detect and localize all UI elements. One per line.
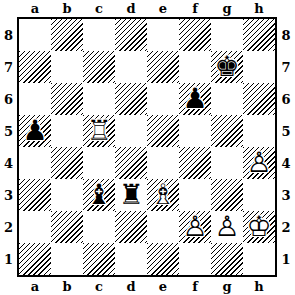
square-e4[interactable]: [147, 147, 179, 179]
rank-label-8: 8: [0, 19, 17, 51]
black-pawn[interactable]: ♟♟: [19, 115, 51, 147]
square-e3[interactable]: ♝♗: [147, 179, 179, 211]
square-c5[interactable]: ♜♖: [83, 115, 115, 147]
black-bishop[interactable]: ♝♝: [83, 179, 115, 211]
square-h4[interactable]: ♟♙: [243, 147, 275, 179]
king-glyph: ♔: [243, 211, 275, 243]
square-f6[interactable]: ♟♟: [179, 83, 211, 115]
pawn-glyph: ♙: [179, 211, 211, 243]
square-d6[interactable]: [115, 83, 147, 115]
square-b5[interactable]: [51, 115, 83, 147]
rank-label-2: 2: [0, 211, 17, 243]
square-b6[interactable]: [51, 83, 83, 115]
square-h3[interactable]: [243, 179, 275, 211]
square-f1[interactable]: [179, 243, 211, 275]
rank-labels-left: 87654321: [0, 19, 17, 275]
square-c2[interactable]: [83, 211, 115, 243]
square-b8[interactable]: [51, 19, 83, 51]
square-e6[interactable]: [147, 83, 179, 115]
file-label-g: g: [211, 277, 243, 295]
square-h1[interactable]: [243, 243, 275, 275]
white-pawn[interactable]: ♟♙: [243, 147, 275, 179]
white-pawn[interactable]: ♟♙: [179, 211, 211, 243]
square-c1[interactable]: [83, 243, 115, 275]
square-g5[interactable]: [211, 115, 243, 147]
square-g2[interactable]: ♟♙: [211, 211, 243, 243]
file-label-d: d: [115, 0, 147, 17]
square-b1[interactable]: [51, 243, 83, 275]
file-label-a: a: [19, 0, 51, 17]
pawn-glyph: ♟: [179, 83, 211, 115]
black-king[interactable]: ♚♚: [211, 51, 243, 83]
file-labels-bottom: abcdefgh: [19, 277, 275, 295]
rank-label-7: 7: [277, 51, 295, 83]
square-g1[interactable]: [211, 243, 243, 275]
square-d2[interactable]: [115, 211, 147, 243]
square-e7[interactable]: [147, 51, 179, 83]
file-label-f: f: [179, 277, 211, 295]
rank-label-1: 1: [277, 243, 295, 275]
square-h8[interactable]: [243, 19, 275, 51]
square-b4[interactable]: [51, 147, 83, 179]
square-d4[interactable]: [115, 147, 147, 179]
square-d8[interactable]: [115, 19, 147, 51]
file-label-d: d: [115, 277, 147, 295]
square-f3[interactable]: [179, 179, 211, 211]
square-b3[interactable]: [51, 179, 83, 211]
chess-board: ♚♚♟♟♟♟♜♖♟♙♝♝♜♜♝♗♟♙♟♙♚♔: [17, 17, 277, 277]
rank-label-4: 4: [0, 147, 17, 179]
file-label-e: e: [147, 0, 179, 17]
square-d1[interactable]: [115, 243, 147, 275]
file-label-b: b: [51, 0, 83, 17]
square-b2[interactable]: [51, 211, 83, 243]
square-f7[interactable]: [179, 51, 211, 83]
rank-label-1: 1: [0, 243, 17, 275]
rank-label-5: 5: [0, 115, 17, 147]
rank-label-4: 4: [277, 147, 295, 179]
file-label-a: a: [19, 277, 51, 295]
square-g4[interactable]: [211, 147, 243, 179]
square-e5[interactable]: [147, 115, 179, 147]
black-rook[interactable]: ♜♜: [115, 179, 147, 211]
square-g6[interactable]: [211, 83, 243, 115]
square-h6[interactable]: [243, 83, 275, 115]
square-e1[interactable]: [147, 243, 179, 275]
square-f4[interactable]: [179, 147, 211, 179]
bishop-glyph: ♗: [147, 179, 179, 211]
square-a3[interactable]: [19, 179, 51, 211]
file-label-h: h: [243, 0, 275, 17]
file-label-c: c: [83, 277, 115, 295]
file-label-b: b: [51, 277, 83, 295]
square-a6[interactable]: [19, 83, 51, 115]
white-rook[interactable]: ♜♖: [83, 115, 115, 147]
square-b7[interactable]: [51, 51, 83, 83]
rank-label-5: 5: [277, 115, 295, 147]
square-h2[interactable]: ♚♔: [243, 211, 275, 243]
square-d3[interactable]: ♜♜: [115, 179, 147, 211]
square-a2[interactable]: [19, 211, 51, 243]
square-f2[interactable]: ♟♙: [179, 211, 211, 243]
square-d5[interactable]: [115, 115, 147, 147]
file-label-g: g: [211, 0, 243, 17]
square-d7[interactable]: [115, 51, 147, 83]
square-h5[interactable]: [243, 115, 275, 147]
rook-glyph: ♜: [115, 179, 147, 211]
square-c6[interactable]: [83, 83, 115, 115]
square-f5[interactable]: [179, 115, 211, 147]
file-label-f: f: [179, 0, 211, 17]
square-a5[interactable]: ♟♟: [19, 115, 51, 147]
white-pawn[interactable]: ♟♙: [211, 211, 243, 243]
square-g7[interactable]: ♚♚: [211, 51, 243, 83]
square-g3[interactable]: [211, 179, 243, 211]
rank-labels-right: 87654321: [277, 19, 295, 275]
square-f8[interactable]: [179, 19, 211, 51]
chess-diagram: abcdefgh 87654321 ♚♚♟♟♟♟♜♖♟♙♝♝♜♜♝♗♟♙♟♙♚♔…: [0, 0, 295, 295]
square-a4[interactable]: [19, 147, 51, 179]
square-e2[interactable]: [147, 211, 179, 243]
king-glyph: ♚: [211, 51, 243, 83]
rank-label-2: 2: [277, 211, 295, 243]
square-a8[interactable]: [19, 19, 51, 51]
file-label-h: h: [243, 277, 275, 295]
rank-label-8: 8: [277, 19, 295, 51]
white-king[interactable]: ♚♔: [243, 211, 275, 243]
rank-label-7: 7: [0, 51, 17, 83]
pawn-glyph: ♟: [19, 115, 51, 147]
rook-glyph: ♖: [83, 115, 115, 147]
square-c4[interactable]: [83, 147, 115, 179]
square-a7[interactable]: [19, 51, 51, 83]
bishop-glyph: ♝: [83, 179, 115, 211]
square-e8[interactable]: [147, 19, 179, 51]
file-label-e: e: [147, 277, 179, 295]
rank-label-6: 6: [0, 83, 17, 115]
file-labels-top: abcdefgh: [19, 0, 275, 17]
rank-label-6: 6: [277, 83, 295, 115]
square-h7[interactable]: [243, 51, 275, 83]
pawn-glyph: ♙: [211, 211, 243, 243]
square-c7[interactable]: [83, 51, 115, 83]
square-g8[interactable]: [211, 19, 243, 51]
square-c8[interactable]: [83, 19, 115, 51]
square-c3[interactable]: ♝♝: [83, 179, 115, 211]
square-a1[interactable]: [19, 243, 51, 275]
black-pawn[interactable]: ♟♟: [179, 83, 211, 115]
rank-label-3: 3: [0, 179, 17, 211]
rank-label-3: 3: [277, 179, 295, 211]
file-label-c: c: [83, 0, 115, 17]
white-bishop[interactable]: ♝♗: [147, 179, 179, 211]
pawn-glyph: ♙: [243, 147, 275, 179]
